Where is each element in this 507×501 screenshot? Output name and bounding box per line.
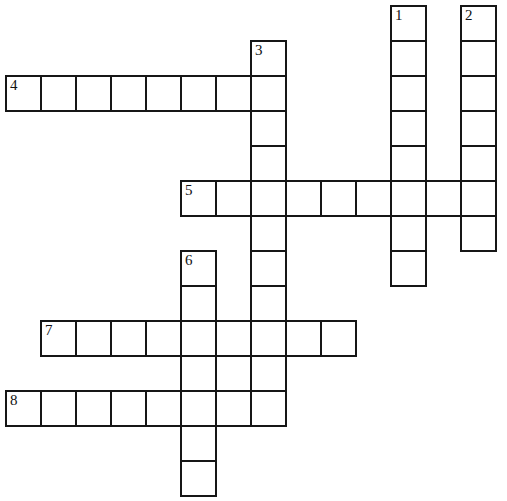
- crossword-cell-r8c5[interactable]: [180, 285, 217, 322]
- crossword-cell-r5c13[interactable]: [460, 180, 497, 217]
- crossword-cell-r9c7[interactable]: [250, 320, 287, 357]
- crossword-cell-r11c5[interactable]: [180, 390, 217, 427]
- crossword-cell-r7c5[interactable]: 6: [180, 250, 217, 287]
- crossword-cell-r2c2[interactable]: [75, 75, 112, 112]
- crossword-cell-r3c7[interactable]: [250, 110, 287, 147]
- crossword-cell-r5c7[interactable]: [250, 180, 287, 217]
- crossword-cell-r3c13[interactable]: [460, 110, 497, 147]
- crossword-cell-r2c1[interactable]: [40, 75, 77, 112]
- crossword-cell-r6c13[interactable]: [460, 215, 497, 252]
- crossword-cell-r9c6[interactable]: [215, 320, 252, 357]
- crossword-cell-r11c7[interactable]: [250, 390, 287, 427]
- crossword-cell-r11c2[interactable]: [75, 390, 112, 427]
- crossword-cell-r10c5[interactable]: [180, 355, 217, 392]
- crossword-cell-r9c1[interactable]: 7: [40, 320, 77, 357]
- crossword-cell-r2c5[interactable]: [180, 75, 217, 112]
- crossword-cell-r8c7[interactable]: [250, 285, 287, 322]
- clue-number-8: 8: [10, 392, 18, 409]
- crossword-cell-r2c7[interactable]: [250, 75, 287, 112]
- clue-number-1: 1: [395, 7, 403, 24]
- crossword-cell-r11c4[interactable]: [145, 390, 182, 427]
- crossword-cell-r2c3[interactable]: [110, 75, 147, 112]
- crossword-cell-r5c10[interactable]: [355, 180, 392, 217]
- crossword-cell-r4c13[interactable]: [460, 145, 497, 182]
- crossword-cell-r11c6[interactable]: [215, 390, 252, 427]
- crossword-cell-r2c0[interactable]: 4: [5, 75, 42, 112]
- crossword-cell-r11c3[interactable]: [110, 390, 147, 427]
- crossword-cell-r12c5[interactable]: [180, 425, 217, 462]
- crossword-cell-r5c6[interactable]: [215, 180, 252, 217]
- crossword-cell-r1c13[interactable]: [460, 40, 497, 77]
- clue-number-4: 4: [10, 77, 18, 94]
- crossword-cell-r13c5[interactable]: [180, 460, 217, 497]
- crossword-cell-r5c8[interactable]: [285, 180, 322, 217]
- crossword-cell-r5c11[interactable]: [390, 180, 427, 217]
- crossword-cell-r0c11[interactable]: 1: [390, 5, 427, 42]
- crossword-cell-r6c11[interactable]: [390, 215, 427, 252]
- crossword-cell-r3c11[interactable]: [390, 110, 427, 147]
- crossword-cell-r10c7[interactable]: [250, 355, 287, 392]
- crossword-cell-r7c7[interactable]: [250, 250, 287, 287]
- crossword-cell-r9c2[interactable]: [75, 320, 112, 357]
- crossword-cell-r5c9[interactable]: [320, 180, 357, 217]
- crossword-cell-r2c4[interactable]: [145, 75, 182, 112]
- crossword-cell-r11c1[interactable]: [40, 390, 77, 427]
- crossword-cell-r2c11[interactable]: [390, 75, 427, 112]
- crossword-cell-r9c9[interactable]: [320, 320, 357, 357]
- crossword-cell-r9c4[interactable]: [145, 320, 182, 357]
- crossword-cell-r2c13[interactable]: [460, 75, 497, 112]
- crossword-cell-r6c7[interactable]: [250, 215, 287, 252]
- crossword-cell-r5c12[interactable]: [425, 180, 462, 217]
- crossword-cell-r7c11[interactable]: [390, 250, 427, 287]
- clue-number-6: 6: [185, 252, 193, 269]
- crossword-cell-r1c7[interactable]: 3: [250, 40, 287, 77]
- crossword-cell-r9c3[interactable]: [110, 320, 147, 357]
- crossword-cell-r0c13[interactable]: 2: [460, 5, 497, 42]
- clue-number-2: 2: [465, 7, 473, 24]
- clue-number-7: 7: [45, 322, 53, 339]
- crossword-board: 12345678: [0, 0, 507, 501]
- crossword-cell-r5c5[interactable]: 5: [180, 180, 217, 217]
- crossword-cell-r4c11[interactable]: [390, 145, 427, 182]
- clue-number-5: 5: [185, 182, 193, 199]
- crossword-cell-r9c5[interactable]: [180, 320, 217, 357]
- crossword-cell-r1c11[interactable]: [390, 40, 427, 77]
- clue-number-3: 3: [255, 42, 263, 59]
- crossword-cell-r2c6[interactable]: [215, 75, 252, 112]
- crossword-cell-r11c0[interactable]: 8: [5, 390, 42, 427]
- crossword-cell-r9c8[interactable]: [285, 320, 322, 357]
- crossword-cell-r4c7[interactable]: [250, 145, 287, 182]
